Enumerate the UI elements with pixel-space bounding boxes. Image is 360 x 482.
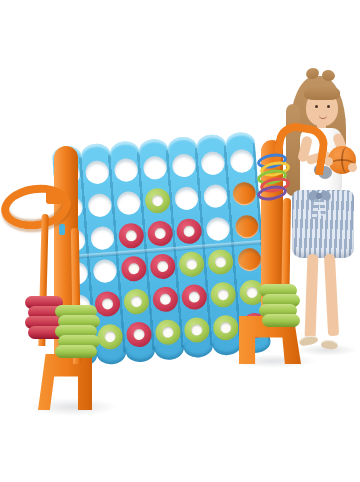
cell-r4c4 xyxy=(147,249,178,284)
disc-center xyxy=(128,263,140,275)
cell-r6c6 xyxy=(210,310,241,345)
hanging-rings xyxy=(257,154,289,202)
cell-r2c7 xyxy=(229,176,260,211)
cell-r4c3 xyxy=(118,251,149,286)
disc-center xyxy=(102,298,114,310)
green-disc xyxy=(144,187,171,214)
cell-r3c2 xyxy=(87,221,118,256)
cell-r5c3 xyxy=(121,284,152,319)
girl-sandal xyxy=(298,334,318,347)
girl-leg xyxy=(305,254,319,338)
disc-center xyxy=(131,296,143,308)
cell-r6c5 xyxy=(181,312,212,347)
girl-fringe xyxy=(304,85,340,100)
cell-r1c4 xyxy=(139,150,170,185)
cell-r6c3 xyxy=(123,317,154,352)
cell-r2c5 xyxy=(171,181,202,216)
disc-center xyxy=(125,230,137,242)
disc-center xyxy=(186,258,198,270)
cell-r3c7 xyxy=(231,209,262,244)
girl-eye xyxy=(315,105,318,108)
red-disc xyxy=(152,286,179,313)
cell-r1c5 xyxy=(168,148,199,183)
girl-hand xyxy=(348,163,357,172)
green-disc xyxy=(183,317,210,344)
empty-hole xyxy=(172,153,197,178)
cell-r3c4 xyxy=(144,216,175,251)
cell-r4c6 xyxy=(205,244,236,279)
cell-r5c6 xyxy=(207,277,238,312)
cell-r1c6 xyxy=(197,146,228,181)
empty-hole xyxy=(90,226,115,251)
red-disc xyxy=(118,222,145,249)
cell-r2c6 xyxy=(200,179,231,214)
red-disc xyxy=(181,284,208,311)
empty-hole xyxy=(237,247,262,272)
disc-center xyxy=(217,289,229,301)
disc-center xyxy=(162,326,174,338)
disc-center xyxy=(246,287,258,299)
red-disc xyxy=(120,255,147,282)
green-toss-ring xyxy=(262,314,300,327)
girl-leg xyxy=(324,254,339,336)
green-toss-ring xyxy=(55,345,97,358)
green-disc xyxy=(97,323,124,350)
disc-center xyxy=(159,293,171,305)
disc-center xyxy=(188,291,200,303)
cell-r1c7 xyxy=(226,143,257,178)
frame-sticker xyxy=(59,224,65,235)
cell-r1c2 xyxy=(81,155,112,190)
disc-center xyxy=(220,322,232,334)
red-disc xyxy=(94,290,121,317)
empty-hole xyxy=(114,158,139,183)
cell-r1c3 xyxy=(110,152,141,187)
green-disc xyxy=(207,248,234,275)
disc-center xyxy=(154,228,166,240)
empty-hole xyxy=(85,160,110,185)
empty-hole xyxy=(93,259,118,284)
ring-stack-green-left xyxy=(56,308,98,358)
empty-hole xyxy=(203,184,228,209)
empty-hole xyxy=(232,181,257,206)
cell-r4c2 xyxy=(89,253,120,288)
cell-r2c3 xyxy=(113,185,144,220)
ring-stack-green-right xyxy=(260,287,298,327)
empty-hole xyxy=(87,193,112,218)
product-photo xyxy=(0,0,360,482)
green-disc xyxy=(210,281,237,308)
disc-center xyxy=(183,225,195,237)
cell-r5c5 xyxy=(179,279,210,314)
green-disc xyxy=(212,314,239,341)
disc-center xyxy=(133,329,145,341)
red-disc xyxy=(176,218,203,245)
red-disc xyxy=(126,321,153,348)
disc-center xyxy=(215,256,227,268)
disc-center xyxy=(104,331,116,343)
cell-r2c2 xyxy=(84,188,115,223)
girl-eye xyxy=(327,105,330,108)
girl-sandal xyxy=(321,339,339,350)
cell-r4c5 xyxy=(176,247,207,282)
empty-hole xyxy=(206,217,231,242)
disc-center xyxy=(152,195,164,207)
green-disc xyxy=(155,319,182,346)
empty-hole xyxy=(229,149,254,174)
empty-hole xyxy=(174,186,199,211)
cell-r3c5 xyxy=(173,214,204,249)
green-disc xyxy=(123,288,150,315)
empty-hole xyxy=(235,214,260,239)
cell-r3c3 xyxy=(116,218,147,253)
disc-center xyxy=(191,324,203,336)
disc-center xyxy=(157,261,169,273)
cell-r2c4 xyxy=(142,183,173,218)
cell-r6c4 xyxy=(152,315,183,350)
empty-hole xyxy=(200,151,225,176)
empty-hole xyxy=(116,191,141,216)
red-disc xyxy=(147,220,174,247)
red-disc xyxy=(149,253,176,280)
green-disc xyxy=(178,251,205,278)
cell-r3c6 xyxy=(202,211,233,246)
cell-r5c4 xyxy=(150,282,181,317)
empty-hole xyxy=(143,155,168,180)
